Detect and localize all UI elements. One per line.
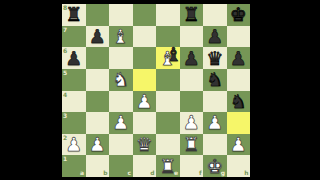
square-e6[interactable]: ♝♝ — [156, 47, 180, 69]
black-pawn-b7[interactable]: ♟ — [86, 26, 110, 48]
file-label-a: a — [80, 170, 84, 176]
white-pawn-d4[interactable]: ♟ — [133, 91, 157, 113]
file-label-c: c — [127, 170, 131, 176]
square-c2[interactable] — [109, 134, 133, 156]
letterbox-right — [250, 0, 320, 180]
square-d8[interactable] — [133, 4, 157, 26]
white-pawn-h2[interactable]: ♟ — [227, 134, 251, 156]
square-a3[interactable]: 3 — [62, 112, 86, 134]
square-h2[interactable]: ♟ — [227, 134, 251, 156]
square-a7[interactable]: 7 — [62, 26, 86, 48]
square-a1[interactable]: 1a — [62, 155, 86, 177]
white-rook-f2[interactable]: ♜ — [180, 134, 204, 156]
square-h8[interactable]: ♚ — [227, 4, 251, 26]
rank-label-3: 3 — [63, 113, 67, 119]
black-pawn-a6[interactable]: ♟ — [62, 47, 86, 69]
square-c8[interactable] — [109, 4, 133, 26]
black-rook-f8[interactable]: ♜ — [180, 4, 204, 26]
square-g2[interactable] — [203, 134, 227, 156]
square-f3[interactable]: ♟ — [180, 112, 204, 134]
square-f5[interactable] — [180, 69, 204, 91]
square-f2[interactable]: ♜ — [180, 134, 204, 156]
square-g8[interactable] — [203, 4, 227, 26]
black-queen-g6[interactable]: ♛ — [203, 47, 227, 69]
white-rook-e1[interactable]: ♜ — [156, 155, 180, 177]
square-e5[interactable] — [156, 69, 180, 91]
rank-label-1: 1 — [63, 156, 67, 162]
file-label-b: b — [103, 170, 107, 176]
white-queen-d2[interactable]: ♛ — [133, 134, 157, 156]
square-g6[interactable]: ♛ — [203, 47, 227, 69]
square-g4[interactable] — [203, 91, 227, 113]
file-label-f: f — [199, 170, 202, 176]
black-pawn-f6[interactable]: ♟ — [180, 47, 204, 69]
white-pawn-c3[interactable]: ♟ — [109, 112, 133, 134]
black-pawn-h6[interactable]: ♟ — [227, 47, 251, 69]
black-knight-g5[interactable]: ♞ — [203, 69, 227, 91]
file-label-h: h — [244, 170, 248, 176]
square-e1[interactable]: e♜ — [156, 155, 180, 177]
square-h4[interactable]: ♞ — [227, 91, 251, 113]
black-pawn-g7[interactable]: ♟ — [203, 26, 227, 48]
white-knight-c5[interactable]: ♞ — [109, 69, 133, 91]
rank-label-4: 4 — [63, 92, 67, 98]
square-h5[interactable] — [227, 69, 251, 91]
square-d3[interactable] — [133, 112, 157, 134]
square-g1[interactable]: g♚ — [203, 155, 227, 177]
square-d4[interactable]: ♟ — [133, 91, 157, 113]
white-pawn-g3[interactable]: ♟ — [203, 112, 227, 134]
square-f4[interactable] — [180, 91, 204, 113]
chess-board: 8♜♜♚7♟♝♟6♟♝♝♟♛♟5♞♞4♟♞3♟♟♟2♟♟♛♜♟1abcde♜fg… — [62, 4, 250, 177]
square-d5[interactable] — [133, 69, 157, 91]
square-h3[interactable] — [227, 112, 251, 134]
square-b2[interactable]: ♟ — [86, 134, 110, 156]
black-knight-h4[interactable]: ♞ — [227, 91, 251, 113]
square-b5[interactable] — [86, 69, 110, 91]
white-pawn-b2[interactable]: ♟ — [86, 134, 110, 156]
white-pawn-f3[interactable]: ♟ — [180, 112, 204, 134]
square-d6[interactable] — [133, 47, 157, 69]
square-a8[interactable]: 8♜ — [62, 4, 86, 26]
white-pawn-a2[interactable]: ♟ — [62, 134, 86, 156]
square-f1[interactable]: f — [180, 155, 204, 177]
square-c1[interactable]: c — [109, 155, 133, 177]
square-g3[interactable]: ♟ — [203, 112, 227, 134]
square-b3[interactable] — [86, 112, 110, 134]
square-e3[interactable] — [156, 112, 180, 134]
square-a2[interactable]: 2♟ — [62, 134, 86, 156]
square-h6[interactable]: ♟ — [227, 47, 251, 69]
square-c4[interactable] — [109, 91, 133, 113]
square-c3[interactable]: ♟ — [109, 112, 133, 134]
file-label-d: d — [150, 170, 154, 176]
letterbox-left — [0, 0, 62, 180]
square-b1[interactable]: b — [86, 155, 110, 177]
square-c6[interactable] — [109, 47, 133, 69]
white-bishop-e6[interactable]: ♝ — [156, 47, 180, 69]
square-a4[interactable]: 4 — [62, 91, 86, 113]
square-a5[interactable]: 5 — [62, 69, 86, 91]
square-e2[interactable] — [156, 134, 180, 156]
rank-label-7: 7 — [63, 27, 67, 33]
square-a6[interactable]: 6♟ — [62, 47, 86, 69]
square-g7[interactable]: ♟ — [203, 26, 227, 48]
video-frame: 8♜♜♚7♟♝♟6♟♝♝♟♛♟5♞♞4♟♞3♟♟♟2♟♟♛♜♟1abcde♜fg… — [0, 0, 320, 180]
white-king-g1[interactable]: ♚ — [203, 155, 227, 177]
rank-label-5: 5 — [63, 70, 67, 76]
square-g5[interactable]: ♞ — [203, 69, 227, 91]
square-f8[interactable]: ♜ — [180, 4, 204, 26]
black-rook-a8[interactable]: ♜ — [62, 4, 86, 26]
square-c5[interactable]: ♞ — [109, 69, 133, 91]
square-b8[interactable] — [86, 4, 110, 26]
square-d1[interactable]: d — [133, 155, 157, 177]
square-d2[interactable]: ♛ — [133, 134, 157, 156]
square-d7[interactable] — [133, 26, 157, 48]
square-b4[interactable] — [86, 91, 110, 113]
square-e8[interactable] — [156, 4, 180, 26]
square-e4[interactable] — [156, 91, 180, 113]
square-c7[interactable]: ♝ — [109, 26, 133, 48]
square-b7[interactable]: ♟ — [86, 26, 110, 48]
square-b6[interactable] — [86, 47, 110, 69]
white-bishop-c7[interactable]: ♝ — [109, 26, 133, 48]
square-f6[interactable]: ♟ — [180, 47, 204, 69]
square-h7[interactable] — [227, 26, 251, 48]
square-h1[interactable]: h — [227, 155, 251, 177]
black-king-h8[interactable]: ♚ — [227, 4, 251, 26]
